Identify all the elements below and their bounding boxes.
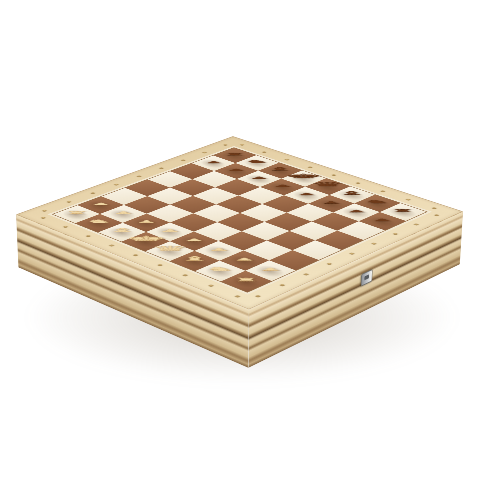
frame-screw [66,201,72,203]
piece-glyph: ♟ [272,184,292,187]
piece-glyph: ♚ [283,173,323,179]
square-b2 [220,251,270,271]
frame-screw [255,295,261,298]
frame-screw [262,151,267,153]
frame-screw [85,235,91,237]
square-b4 [267,231,315,250]
piece-glyph: ♟ [346,209,367,212]
frame-screw [284,159,289,161]
square-g1 [75,214,122,232]
frame-screw [90,192,96,194]
square-b3 [243,241,292,261]
frame-screw [40,217,46,219]
frame-screw [181,159,186,161]
frame-screw [279,284,285,287]
piece-glyph: ♜ [390,208,415,212]
frame-screw [133,254,139,256]
frame-screw [63,226,69,228]
square-a7 [359,212,406,230]
frame-screw [371,243,377,245]
piece-glyph: ♟ [321,201,342,204]
frame-screw [239,144,244,146]
square-a2 [245,260,295,281]
frame-screw [307,166,312,168]
piece-glyph: ♞ [244,159,270,163]
frame-screw [331,174,336,176]
scene: ♜♞♝♛♚♝♞♜♟♟♟♟♟♟♟♟♟♟♟♟♟♟♟♟♜♞♝♛♚♝♞♜ [0,0,500,500]
square-d2 [170,232,218,251]
chess-box: ♜♞♝♛♚♝♞♜♟♟♟♟♟♟♟♟♟♟♟♟♟♟♟♟♜♞♝♛♚♝♞♜ [16,136,463,309]
piece-glyph: ♟ [296,192,317,195]
square-e2 [146,223,194,242]
frame-screw [159,167,164,169]
square-f1 [98,223,146,242]
frame-screw [405,199,411,201]
frame-screw [42,210,48,212]
frame-screw [355,182,360,184]
frame-screw [202,152,207,154]
frame-screw [431,207,437,209]
piece-glyph: ♞ [363,199,391,203]
square-a4 [292,240,341,260]
piece-glyph: ♜ [64,210,89,214]
square-f2 [123,214,170,232]
square-b5 [289,222,337,241]
piece-glyph: ♟ [204,160,223,163]
frame-screw [392,233,398,235]
frame-screw [109,244,115,246]
piece-glyph: ♟ [90,202,111,205]
square-e1 [121,232,169,251]
frame-screw [114,184,119,186]
square-a5 [315,231,363,250]
square-c4 [242,222,290,241]
frame-screw [349,252,355,254]
piece-glyph: ♜ [223,152,245,155]
piece-glyph: ♝ [336,190,368,195]
square-a6 [337,221,385,240]
piece-glyph: ♟ [113,211,134,214]
square-a1 [221,271,272,292]
square-c2 [194,241,243,261]
square-c1 [170,251,220,271]
square-e3 [170,213,217,231]
frame-screw [234,295,240,298]
square-d3 [194,222,242,241]
square-d4 [217,213,264,231]
frame-screw [303,273,309,276]
metal-latch [361,269,373,287]
frame-screw [380,190,385,192]
frame-screw [434,214,440,216]
piece-glyph: ♛ [309,181,346,187]
frame-screw [182,274,188,277]
frame-screw [223,144,228,146]
square-d1 [145,241,194,261]
square-b1 [195,261,245,282]
frame-screw [413,223,419,225]
piece-glyph: ♟ [226,168,246,171]
square-c3 [218,231,266,250]
square-b6 [312,212,359,230]
square-a3 [269,250,319,270]
frame-screw [326,263,332,265]
frame-screw [136,175,141,177]
frame-screw [157,264,163,266]
piece-glyph: ♟ [249,176,269,179]
piece-glyph: ♝ [265,166,296,171]
frame-screw [208,284,214,287]
product-photo: ♜♞♝♛♚♝♞♜♟♟♟♟♟♟♟♟♟♟♟♟♟♟♟♟♜♞♝♛♚♝♞♜ [0,0,500,500]
square-c5 [264,213,311,231]
